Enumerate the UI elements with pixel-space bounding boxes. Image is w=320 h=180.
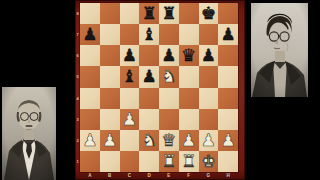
right-player-photo bbox=[251, 3, 308, 97]
black-pawn-piece-a7: ♟ bbox=[82, 26, 97, 43]
square-e8: ♜ bbox=[159, 3, 179, 24]
square-a3 bbox=[80, 109, 100, 130]
square-e5: ♞ bbox=[159, 66, 179, 87]
black-pawn-piece-e6: ♟ bbox=[161, 47, 176, 64]
square-h8 bbox=[218, 3, 238, 24]
square-h6 bbox=[218, 45, 238, 66]
square-c7 bbox=[120, 24, 140, 45]
square-h1 bbox=[218, 151, 238, 172]
chess-board: 87654321 ♜♜♚♟♝♟♟♟♛♟♝♟♞♟♟♟♞♛♟♟♟♜♜♚ ABCDEF… bbox=[75, 0, 245, 180]
square-e1: ♜ bbox=[159, 151, 179, 172]
right-player-portrait-image bbox=[251, 3, 308, 97]
black-pawn-piece-g6: ♟ bbox=[201, 47, 216, 64]
square-a2: ♟ bbox=[80, 130, 100, 151]
square-g8: ♚ bbox=[199, 3, 219, 24]
square-c2 bbox=[120, 130, 140, 151]
white-rook-piece-e1: ♜ bbox=[161, 152, 176, 169]
file-label-g: G bbox=[199, 172, 219, 180]
square-h5 bbox=[218, 66, 238, 87]
square-g4 bbox=[199, 88, 219, 109]
file-labels: ABCDEFGH bbox=[80, 172, 238, 180]
black-pawn-piece-d5: ♟ bbox=[142, 68, 157, 85]
square-h7: ♟ bbox=[218, 24, 238, 45]
white-knight-piece-d2: ♞ bbox=[142, 131, 157, 148]
left-player-photo bbox=[2, 87, 56, 180]
square-d5: ♟ bbox=[139, 66, 159, 87]
square-g3 bbox=[199, 109, 219, 130]
square-b8 bbox=[100, 3, 120, 24]
square-d4 bbox=[139, 88, 159, 109]
file-label-e: E bbox=[159, 172, 179, 180]
square-a1 bbox=[80, 151, 100, 172]
square-g2: ♟ bbox=[199, 130, 219, 151]
square-a8 bbox=[80, 3, 100, 24]
square-a7: ♟ bbox=[80, 24, 100, 45]
board-grid: ♜♜♚♟♝♟♟♟♛♟♝♟♞♟♟♟♞♛♟♟♟♜♜♚ bbox=[80, 3, 238, 172]
file-label-f: F bbox=[179, 172, 199, 180]
square-b7 bbox=[100, 24, 120, 45]
square-h2: ♟ bbox=[218, 130, 238, 151]
square-f5 bbox=[179, 66, 199, 87]
square-d3 bbox=[139, 109, 159, 130]
white-rook-piece-f1: ♜ bbox=[181, 152, 196, 169]
white-pawn-piece-h2: ♟ bbox=[221, 131, 236, 148]
white-pawn-piece-c3: ♟ bbox=[122, 110, 137, 127]
square-b5 bbox=[100, 66, 120, 87]
square-e3 bbox=[159, 109, 179, 130]
thumbnail-scene: 87654321 ♜♜♚♟♝♟♟♟♛♟♝♟♞♟♟♟♞♛♟♟♟♜♜♚ ABCDEF… bbox=[0, 0, 320, 180]
square-e6: ♟ bbox=[159, 45, 179, 66]
square-f4 bbox=[179, 88, 199, 109]
file-label-c: C bbox=[120, 172, 140, 180]
white-pawn-piece-g2: ♟ bbox=[201, 131, 216, 148]
black-king-piece-g8: ♚ bbox=[201, 5, 216, 22]
square-e7 bbox=[159, 24, 179, 45]
square-f7 bbox=[179, 24, 199, 45]
square-d7: ♝ bbox=[139, 24, 159, 45]
square-a4 bbox=[80, 88, 100, 109]
square-b4 bbox=[100, 88, 120, 109]
square-b1 bbox=[100, 151, 120, 172]
square-d6 bbox=[139, 45, 159, 66]
square-a5 bbox=[80, 66, 100, 87]
black-bishop-piece-c5: ♝ bbox=[122, 68, 137, 85]
square-g5 bbox=[199, 66, 219, 87]
white-queen-piece-e2: ♛ bbox=[161, 131, 176, 148]
white-pawn-piece-b2: ♟ bbox=[102, 131, 117, 148]
square-b6 bbox=[100, 45, 120, 66]
square-g7 bbox=[199, 24, 219, 45]
square-a6 bbox=[80, 45, 100, 66]
square-c5: ♝ bbox=[120, 66, 140, 87]
square-c4 bbox=[120, 88, 140, 109]
left-player-portrait-image bbox=[2, 87, 56, 180]
square-d8: ♜ bbox=[139, 3, 159, 24]
black-bishop-piece-d7: ♝ bbox=[142, 26, 157, 43]
square-c1 bbox=[120, 151, 140, 172]
square-g1: ♚ bbox=[199, 151, 219, 172]
white-king-piece-g1: ♚ bbox=[201, 152, 216, 169]
square-d2: ♞ bbox=[139, 130, 159, 151]
file-label-a: A bbox=[80, 172, 100, 180]
square-f3 bbox=[179, 109, 199, 130]
square-c6: ♟ bbox=[120, 45, 140, 66]
white-knight-piece-e5: ♞ bbox=[161, 68, 176, 85]
square-h4 bbox=[218, 88, 238, 109]
file-label-h: H bbox=[218, 172, 238, 180]
white-pawn-piece-a2: ♟ bbox=[82, 131, 97, 148]
square-b2: ♟ bbox=[100, 130, 120, 151]
file-label-d: D bbox=[139, 172, 159, 180]
square-c3: ♟ bbox=[120, 109, 140, 130]
square-f1: ♜ bbox=[179, 151, 199, 172]
square-e2: ♛ bbox=[159, 130, 179, 151]
square-c8 bbox=[120, 3, 140, 24]
square-d1 bbox=[139, 151, 159, 172]
square-f6: ♛ bbox=[179, 45, 199, 66]
black-rook-piece-e8: ♜ bbox=[161, 5, 176, 22]
square-g6: ♟ bbox=[199, 45, 219, 66]
file-label-b: B bbox=[100, 172, 120, 180]
square-h3 bbox=[218, 109, 238, 130]
white-pawn-piece-f2: ♟ bbox=[181, 131, 196, 148]
black-pawn-piece-c6: ♟ bbox=[122, 47, 137, 64]
square-b3 bbox=[100, 109, 120, 130]
black-queen-piece-f6: ♛ bbox=[181, 47, 196, 64]
square-f2: ♟ bbox=[179, 130, 199, 151]
black-rook-piece-d8: ♜ bbox=[142, 5, 157, 22]
black-pawn-piece-h7: ♟ bbox=[221, 26, 236, 43]
square-e4 bbox=[159, 88, 179, 109]
square-f8 bbox=[179, 3, 199, 24]
